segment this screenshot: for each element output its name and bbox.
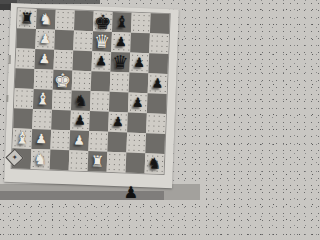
piece-black-bishop[interactable]: ♝ (112, 12, 132, 33)
square-g4[interactable]: ♟ (128, 93, 148, 114)
square-c2[interactable] (50, 130, 70, 151)
frame-marking (6, 95, 8, 102)
square-f7[interactable]: ♟ (111, 32, 131, 53)
piece-black-pawn[interactable]: ♟ (108, 112, 128, 133)
square-h5[interactable]: ♟ (148, 73, 168, 94)
piece-black-pawn[interactable]: ♟ (91, 51, 111, 72)
square-c6[interactable] (53, 50, 73, 71)
square-b4[interactable]: ♝ (33, 89, 53, 110)
square-g3[interactable] (127, 113, 147, 134)
piece-white-pawn[interactable]: ♟ (35, 29, 55, 50)
square-f3[interactable]: ♟ (108, 112, 128, 133)
square-b8[interactable]: ♞ (36, 9, 56, 30)
piece-black-pawn[interactable]: ♟ (128, 93, 148, 114)
piece-white-bishop[interactable]: ♝ (33, 89, 53, 110)
piece-white-pawn[interactable]: ♟ (69, 130, 89, 151)
square-f1[interactable] (107, 152, 127, 173)
square-g8[interactable] (131, 13, 151, 34)
square-e6[interactable]: ♟ (91, 51, 111, 72)
piece-black-pawn[interactable]: ♟ (111, 32, 131, 53)
square-b3[interactable] (32, 109, 52, 130)
piece-black-knight[interactable]: ♞ (71, 90, 91, 111)
square-f6[interactable]: ♛ (110, 52, 130, 73)
square-b1[interactable]: ♞ (31, 149, 51, 170)
piece-white-bishop[interactable]: ♝ (12, 128, 32, 149)
square-a6[interactable] (15, 48, 35, 69)
piece-black-knight[interactable]: ♞ (145, 153, 165, 174)
square-a8[interactable]: ♜ (17, 8, 37, 29)
piece-white-knight[interactable]: ♞ (31, 149, 51, 170)
piece-white-knight[interactable]: ♞ (36, 9, 56, 30)
emblem-diamond-icon: ✦ (5, 148, 23, 166)
square-e8[interactable]: ♚ (93, 11, 113, 32)
square-c5[interactable]: ♚ (53, 70, 73, 91)
captured-piece-offboard: ♟ (121, 183, 141, 200)
square-b5[interactable] (34, 69, 54, 90)
piece-black-rook[interactable]: ♜ (17, 8, 37, 29)
square-g1[interactable] (126, 153, 146, 174)
piece-black-pawn[interactable]: ♟ (70, 110, 90, 131)
square-d2[interactable]: ♟ (69, 130, 89, 151)
square-d7[interactable] (73, 30, 93, 51)
piece-white-king[interactable]: ♚ (53, 70, 73, 91)
square-d1[interactable] (69, 150, 89, 171)
square-g5[interactable] (129, 73, 149, 94)
square-g6[interactable]: ♟ (129, 53, 149, 74)
square-d6[interactable] (72, 50, 92, 71)
square-b2[interactable]: ♟ (31, 129, 51, 150)
square-b6[interactable]: ♟ (34, 49, 54, 70)
square-c3[interactable] (51, 110, 71, 131)
square-d5[interactable] (72, 70, 92, 91)
chess-board: ♜♞♚♝♟♛♟♟♟♛♟♚♟♝♞♟♟♟♝♟♟♞♜♞ ✦ (4, 3, 179, 188)
square-g2[interactable] (126, 133, 146, 154)
square-e1[interactable]: ♜ (88, 151, 108, 172)
emblem-star-icon: ✦ (11, 154, 17, 161)
square-e4[interactable] (90, 91, 110, 112)
square-h2[interactable] (145, 133, 165, 154)
square-e3[interactable] (89, 111, 109, 132)
square-f5[interactable] (110, 72, 130, 93)
square-a2[interactable]: ♝ (12, 128, 32, 149)
board-corner-emblem: ✦ (6, 149, 23, 166)
square-c8[interactable] (55, 10, 75, 31)
square-a5[interactable] (15, 68, 35, 89)
square-f4[interactable] (109, 92, 129, 113)
square-a4[interactable] (14, 88, 34, 109)
square-d3[interactable]: ♟ (70, 110, 90, 131)
square-c4[interactable] (52, 90, 72, 111)
frame-marking (9, 55, 11, 64)
square-c1[interactable] (50, 150, 70, 171)
square-e2[interactable] (88, 131, 108, 152)
piece-white-pawn[interactable]: ♟ (34, 49, 54, 70)
square-e7[interactable]: ♛ (92, 31, 112, 52)
square-b7[interactable]: ♟ (35, 29, 55, 50)
board-grid: ♜♞♚♝♟♛♟♟♟♛♟♚♟♝♞♟♟♟♝♟♟♞♜♞ (11, 7, 171, 175)
square-f2[interactable] (107, 132, 127, 153)
piece-black-queen[interactable]: ♛ (110, 52, 130, 73)
piece-white-rook[interactable]: ♜ (88, 151, 108, 172)
piece-white-pawn[interactable]: ♟ (31, 129, 51, 150)
piece-black-pawn[interactable]: ♟ (148, 73, 168, 94)
square-h3[interactable] (146, 113, 166, 134)
square-a3[interactable] (13, 108, 33, 129)
square-e5[interactable] (91, 71, 111, 92)
photo-root: { "game": "chess", "scene": { "style": "… (0, 0, 200, 200)
square-h6[interactable] (148, 53, 168, 74)
square-c7[interactable] (54, 30, 74, 51)
square-f8[interactable]: ♝ (112, 12, 132, 33)
square-h1[interactable]: ♞ (145, 153, 165, 174)
piece-black-pawn[interactable]: ♟ (129, 53, 149, 74)
piece-white-queen[interactable]: ♛ (92, 31, 112, 52)
square-g7[interactable] (130, 33, 150, 54)
square-a7[interactable] (16, 28, 36, 49)
square-h4[interactable] (147, 93, 167, 114)
square-h7[interactable] (149, 33, 169, 54)
square-d4[interactable]: ♞ (71, 90, 91, 111)
square-d8[interactable] (74, 10, 94, 31)
piece-black-king[interactable]: ♚ (93, 11, 113, 32)
square-h8[interactable] (150, 13, 170, 34)
